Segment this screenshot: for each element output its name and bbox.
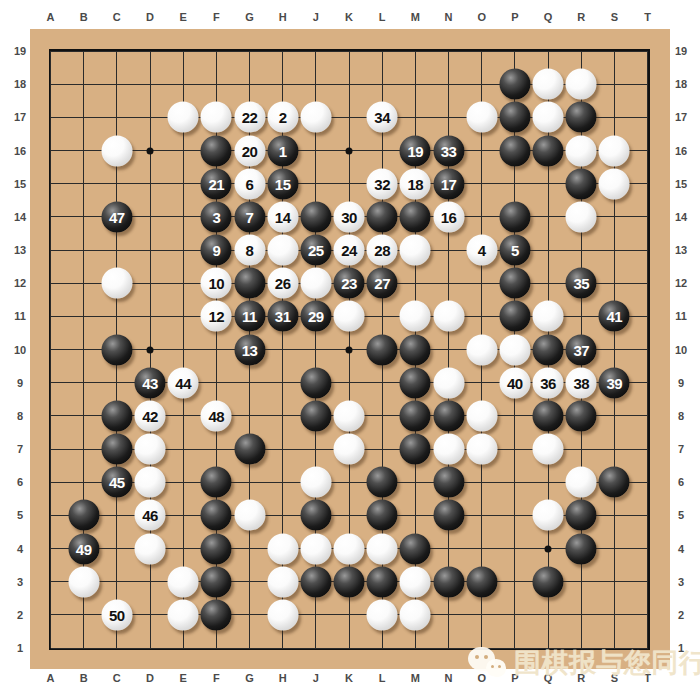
move-13-stone-black-G10: 13 (234, 334, 265, 365)
row-label-right-15: 15 (675, 178, 687, 190)
move-22-stone-white-G17: 22 (234, 102, 265, 133)
move-number: 4 (478, 243, 486, 258)
col-label-bottom-B: B (80, 672, 88, 684)
wechat-icon (468, 645, 514, 681)
move-number: 33 (441, 143, 457, 158)
row-label-left-7: 7 (17, 443, 23, 455)
stone-white-H13 (267, 235, 298, 266)
move-23-stone-black-K12: 23 (334, 268, 365, 299)
stone-black-N5 (433, 500, 464, 531)
move-26-stone-white-H12: 26 (267, 268, 298, 299)
row-label-left-4: 4 (17, 543, 23, 555)
move-11-stone-black-G11: 11 (234, 301, 265, 332)
go-diagram-page: AABBCCDDEEFFGGHHJJKKLLMMNNOOPPQQRRSSTT19… (0, 0, 700, 700)
stone-white-D6 (135, 467, 166, 498)
row-label-right-12: 12 (675, 277, 687, 289)
move-number: 42 (142, 408, 158, 423)
stone-white-N11 (433, 301, 464, 332)
stone-white-K8 (334, 400, 365, 431)
stone-white-O7 (466, 434, 497, 465)
move-number: 27 (374, 276, 390, 291)
stone-black-R5 (566, 500, 597, 531)
move-12-stone-white-F11: 12 (201, 301, 232, 332)
stone-white-K7 (334, 434, 365, 465)
move-42-stone-white-D8: 42 (135, 400, 166, 431)
stone-white-R6 (566, 467, 597, 498)
move-number: 19 (408, 143, 424, 158)
move-number: 31 (275, 309, 291, 324)
stone-white-C16 (101, 135, 132, 166)
stone-white-R16 (566, 135, 597, 166)
move-number: 32 (374, 176, 390, 191)
move-number: 23 (341, 276, 357, 291)
col-label-top-E: E (180, 11, 187, 23)
stone-white-S15 (599, 168, 630, 199)
stone-white-H4 (267, 533, 298, 564)
move-number: 25 (308, 243, 324, 258)
move-25-stone-black-J13: 25 (300, 235, 331, 266)
col-label-bottom-L: L (379, 672, 386, 684)
stone-black-R4 (566, 533, 597, 564)
stone-white-J4 (300, 533, 331, 564)
stone-black-S6 (599, 467, 630, 498)
stone-white-Q18 (533, 69, 564, 100)
star-point-Q4 (545, 545, 552, 552)
move-6-stone-white-G15: 6 (234, 168, 265, 199)
move-38-stone-white-R9: 38 (566, 367, 597, 398)
col-label-top-N: N (445, 11, 453, 23)
move-27-stone-black-L12: 27 (367, 268, 398, 299)
col-label-top-L: L (379, 11, 386, 23)
stone-white-E3 (168, 566, 199, 597)
stone-black-C7 (101, 434, 132, 465)
stone-white-Q11 (533, 301, 564, 332)
move-number: 38 (573, 375, 589, 390)
row-label-left-13: 13 (14, 244, 26, 256)
move-18-stone-white-M15: 18 (400, 168, 431, 199)
stone-black-L14 (367, 201, 398, 232)
stone-black-F2 (201, 599, 232, 630)
grid-hline (51, 614, 648, 615)
move-number: 2 (279, 110, 287, 125)
move-number: 36 (540, 375, 556, 390)
stone-black-G7 (234, 434, 265, 465)
move-number: 9 (212, 243, 220, 258)
stone-black-L6 (367, 467, 398, 498)
stone-white-H3 (267, 566, 298, 597)
star-point-K10 (346, 346, 353, 353)
col-label-bottom-N: N (445, 672, 453, 684)
stone-black-K3 (334, 566, 365, 597)
move-number: 7 (246, 209, 254, 224)
stone-white-J12 (300, 268, 331, 299)
col-label-top-K: K (345, 11, 353, 23)
stone-black-Q16 (533, 135, 564, 166)
move-30-stone-white-K14: 30 (334, 201, 365, 232)
move-32-stone-white-L15: 32 (367, 168, 398, 199)
stone-white-K4 (334, 533, 365, 564)
stone-white-L2 (367, 599, 398, 630)
row-label-right-5: 5 (678, 509, 684, 521)
stone-black-J14 (300, 201, 331, 232)
stone-black-J9 (300, 367, 331, 398)
row-label-left-10: 10 (14, 344, 26, 356)
row-label-right-4: 4 (678, 543, 684, 555)
stone-white-Q7 (533, 434, 564, 465)
move-number: 34 (374, 110, 390, 125)
stone-black-L3 (367, 566, 398, 597)
stone-white-Q5 (533, 500, 564, 531)
move-40-stone-white-P9: 40 (499, 367, 530, 398)
stone-black-J3 (300, 566, 331, 597)
stone-white-O10 (466, 334, 497, 365)
row-label-right-17: 17 (675, 111, 687, 123)
stone-black-M7 (400, 434, 431, 465)
move-21-stone-black-F15: 21 (201, 168, 232, 199)
stone-black-N8 (433, 400, 464, 431)
move-number: 43 (142, 375, 158, 390)
stone-black-R8 (566, 400, 597, 431)
stone-black-P14 (499, 201, 530, 232)
move-number: 28 (374, 243, 390, 258)
stone-black-R15 (566, 168, 597, 199)
stone-black-N3 (433, 566, 464, 597)
col-label-bottom-F: F (213, 672, 220, 684)
move-43-stone-black-D9: 43 (135, 367, 166, 398)
stone-black-J8 (300, 400, 331, 431)
stone-black-M9 (400, 367, 431, 398)
stone-black-F6 (201, 467, 232, 498)
stone-white-D4 (135, 533, 166, 564)
stone-black-M10 (400, 334, 431, 365)
col-label-top-O: O (477, 11, 486, 23)
move-50-stone-white-C2: 50 (101, 599, 132, 630)
stone-white-M13 (400, 235, 431, 266)
stone-white-M3 (400, 566, 431, 597)
row-label-left-14: 14 (14, 211, 26, 223)
col-label-bottom-D: D (146, 672, 154, 684)
stone-white-Q17 (533, 102, 564, 133)
col-label-top-R: R (577, 11, 585, 23)
stone-white-D7 (135, 434, 166, 465)
col-label-bottom-M: M (411, 672, 420, 684)
stone-white-H2 (267, 599, 298, 630)
stone-black-N6 (433, 467, 464, 498)
move-number: 1 (279, 143, 287, 158)
col-label-top-G: G (245, 11, 254, 23)
row-label-left-2: 2 (17, 609, 23, 621)
move-46-stone-white-D5: 46 (135, 500, 166, 531)
move-number: 6 (246, 176, 254, 191)
col-label-top-J: J (313, 11, 319, 23)
col-label-top-C: C (113, 11, 121, 23)
col-label-top-Q: Q (544, 11, 553, 23)
move-8-stone-white-G13: 8 (234, 235, 265, 266)
row-label-right-18: 18 (675, 78, 687, 90)
move-number: 15 (275, 176, 291, 191)
stone-black-B5 (68, 500, 99, 531)
move-9-stone-black-F13: 9 (201, 235, 232, 266)
stone-black-P18 (499, 69, 530, 100)
move-33-stone-black-N16: 33 (433, 135, 464, 166)
move-number: 45 (109, 475, 125, 490)
move-number: 22 (242, 110, 258, 125)
row-label-left-16: 16 (14, 145, 26, 157)
move-number: 24 (341, 243, 357, 258)
stone-black-Q3 (533, 566, 564, 597)
row-label-left-19: 19 (14, 45, 26, 57)
stone-black-Q8 (533, 400, 564, 431)
star-point-D10 (147, 346, 154, 353)
col-label-bottom-E: E (180, 672, 187, 684)
stone-white-R14 (566, 201, 597, 232)
col-label-top-P: P (511, 11, 518, 23)
row-label-right-11: 11 (675, 310, 687, 322)
move-4-stone-white-O13: 4 (466, 235, 497, 266)
stone-black-F3 (201, 566, 232, 597)
move-37-stone-black-R10: 37 (566, 334, 597, 365)
stone-white-J17 (300, 102, 331, 133)
stone-black-P12 (499, 268, 530, 299)
stone-black-G12 (234, 268, 265, 299)
stone-white-M11 (400, 301, 431, 332)
row-label-left-12: 12 (14, 277, 26, 289)
move-2-stone-white-H17: 2 (267, 102, 298, 133)
row-label-right-10: 10 (675, 344, 687, 356)
col-label-top-A: A (47, 11, 55, 23)
move-number: 17 (441, 176, 457, 191)
star-point-D16 (147, 147, 154, 154)
move-number: 48 (209, 408, 225, 423)
row-label-right-3: 3 (678, 576, 684, 588)
col-label-top-B: B (80, 11, 88, 23)
stone-black-M8 (400, 400, 431, 431)
col-label-bottom-H: H (279, 672, 287, 684)
stone-white-N7 (433, 434, 464, 465)
move-number: 3 (212, 209, 220, 224)
move-48-stone-white-F8: 48 (201, 400, 232, 431)
move-number: 41 (607, 309, 623, 324)
watermark: 围棋报与您同行 (468, 645, 700, 681)
stone-black-F16 (201, 135, 232, 166)
move-44-stone-white-E9: 44 (168, 367, 199, 398)
stone-black-O3 (466, 566, 497, 597)
col-label-bottom-C: C (113, 672, 121, 684)
stone-white-O8 (466, 400, 497, 431)
move-10-stone-white-F12: 10 (201, 268, 232, 299)
col-label-bottom-A: A (47, 672, 55, 684)
stone-black-P17 (499, 102, 530, 133)
stone-black-J5 (300, 500, 331, 531)
move-number: 14 (275, 209, 291, 224)
move-number: 16 (441, 209, 457, 224)
col-label-top-D: D (146, 11, 154, 23)
row-label-right-9: 9 (678, 377, 684, 389)
stone-white-R18 (566, 69, 597, 100)
row-label-left-1: 1 (17, 642, 23, 654)
col-label-top-F: F (213, 11, 220, 23)
wechat-bubble-small (486, 659, 506, 677)
row-label-right-13: 13 (675, 244, 687, 256)
stone-black-P16 (499, 135, 530, 166)
move-number: 13 (242, 342, 258, 357)
move-number: 49 (76, 541, 92, 556)
move-41-stone-black-S11: 41 (599, 301, 630, 332)
stone-black-Q10 (533, 334, 564, 365)
stone-white-K11 (334, 301, 365, 332)
move-5-stone-black-P13: 5 (499, 235, 530, 266)
move-1-stone-black-H16: 1 (267, 135, 298, 166)
row-label-right-2: 2 (678, 609, 684, 621)
stone-black-M4 (400, 533, 431, 564)
move-number: 39 (607, 375, 623, 390)
move-17-stone-black-N15: 17 (433, 168, 464, 199)
move-number: 12 (209, 309, 225, 324)
row-label-left-5: 5 (17, 509, 23, 521)
move-16-stone-white-N14: 16 (433, 201, 464, 232)
move-36-stone-white-Q9: 36 (533, 367, 564, 398)
move-number: 37 (573, 342, 589, 357)
row-label-left-18: 18 (14, 78, 26, 90)
move-35-stone-black-R12: 35 (566, 268, 597, 299)
move-45-stone-black-C6: 45 (101, 467, 132, 498)
move-number: 29 (308, 309, 324, 324)
move-number: 46 (142, 508, 158, 523)
move-49-stone-black-B4: 49 (68, 533, 99, 564)
stone-white-O17 (466, 102, 497, 133)
row-label-right-19: 19 (675, 45, 687, 57)
row-label-left-3: 3 (17, 576, 23, 588)
stone-white-N9 (433, 367, 464, 398)
stone-white-L4 (367, 533, 398, 564)
col-label-bottom-K: K (345, 672, 353, 684)
row-label-right-7: 7 (678, 443, 684, 455)
stone-white-E2 (168, 599, 199, 630)
move-3-stone-black-F14: 3 (201, 201, 232, 232)
stone-white-S16 (599, 135, 630, 166)
stone-black-F5 (201, 500, 232, 531)
stone-white-M2 (400, 599, 431, 630)
star-point-K16 (346, 147, 353, 154)
row-label-right-14: 14 (675, 211, 687, 223)
stone-white-B3 (68, 566, 99, 597)
watermark-text: 围棋报与您同行 (514, 645, 700, 681)
row-label-left-11: 11 (14, 310, 26, 322)
stone-black-R17 (566, 102, 597, 133)
move-28-stone-white-L13: 28 (367, 235, 398, 266)
move-number: 11 (242, 309, 257, 324)
row-label-right-8: 8 (678, 410, 684, 422)
move-number: 26 (275, 276, 291, 291)
move-39-stone-black-S9: 39 (599, 367, 630, 398)
stone-black-P11 (499, 301, 530, 332)
col-label-top-S: S (611, 11, 618, 23)
col-label-top-H: H (279, 11, 287, 23)
stone-white-E17 (168, 102, 199, 133)
row-label-left-15: 15 (14, 178, 26, 190)
stone-white-C12 (101, 268, 132, 299)
move-14-stone-white-H14: 14 (267, 201, 298, 232)
move-number: 35 (573, 276, 589, 291)
row-label-left-6: 6 (17, 476, 23, 488)
col-label-bottom-J: J (313, 672, 319, 684)
stone-white-P10 (499, 334, 530, 365)
move-31-stone-black-H11: 31 (267, 301, 298, 332)
move-29-stone-black-J11: 29 (300, 301, 331, 332)
move-number: 40 (507, 375, 523, 390)
move-number: 18 (408, 176, 424, 191)
move-number: 30 (341, 209, 357, 224)
move-7-stone-black-G14: 7 (234, 201, 265, 232)
move-number: 20 (242, 143, 258, 158)
col-label-bottom-G: G (245, 672, 254, 684)
move-number: 21 (209, 176, 225, 191)
stone-black-L10 (367, 334, 398, 365)
move-number: 5 (511, 243, 519, 258)
col-label-top-M: M (411, 11, 420, 23)
row-label-right-16: 16 (675, 145, 687, 157)
col-label-top-T: T (644, 11, 651, 23)
move-20-stone-white-G16: 20 (234, 135, 265, 166)
move-number: 47 (109, 209, 125, 224)
move-24-stone-white-K13: 24 (334, 235, 365, 266)
row-label-left-9: 9 (17, 377, 23, 389)
stone-black-M14 (400, 201, 431, 232)
stone-white-J6 (300, 467, 331, 498)
stone-white-G5 (234, 500, 265, 531)
stone-white-F17 (201, 102, 232, 133)
move-19-stone-black-M16: 19 (400, 135, 431, 166)
move-34-stone-white-L17: 34 (367, 102, 398, 133)
grid-vline (647, 51, 648, 648)
stone-black-F4 (201, 533, 232, 564)
row-label-left-17: 17 (14, 111, 26, 123)
stone-black-C8 (101, 400, 132, 431)
move-47-stone-black-C14: 47 (101, 201, 132, 232)
row-label-right-6: 6 (678, 476, 684, 488)
move-number: 8 (246, 243, 254, 258)
row-label-left-8: 8 (17, 410, 23, 422)
move-15-stone-black-H15: 15 (267, 168, 298, 199)
move-number: 50 (109, 607, 125, 622)
move-number: 44 (175, 375, 191, 390)
move-number: 10 (209, 276, 225, 291)
stone-black-L5 (367, 500, 398, 531)
stone-black-C10 (101, 334, 132, 365)
